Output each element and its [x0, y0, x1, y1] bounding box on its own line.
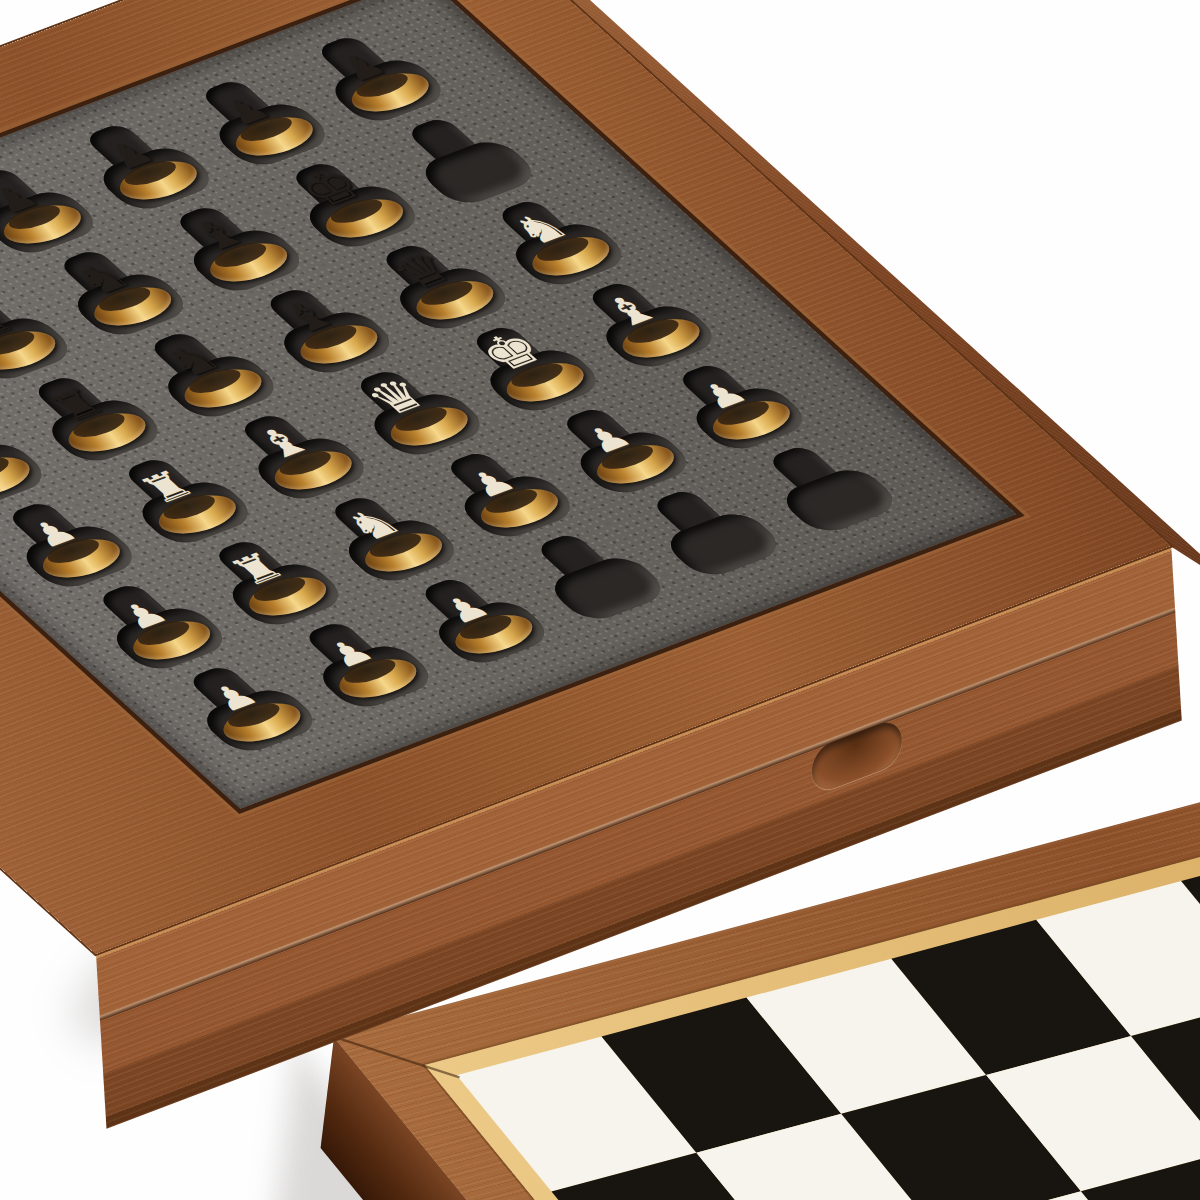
product-photo-stage: ♟♟♟♟♟♟♟♜♞♝♚♟♜♞♝♛♞♟♜♝♛♚♝♟♜♞♟♟♟♟♟♟	[0, 0, 1200, 1200]
